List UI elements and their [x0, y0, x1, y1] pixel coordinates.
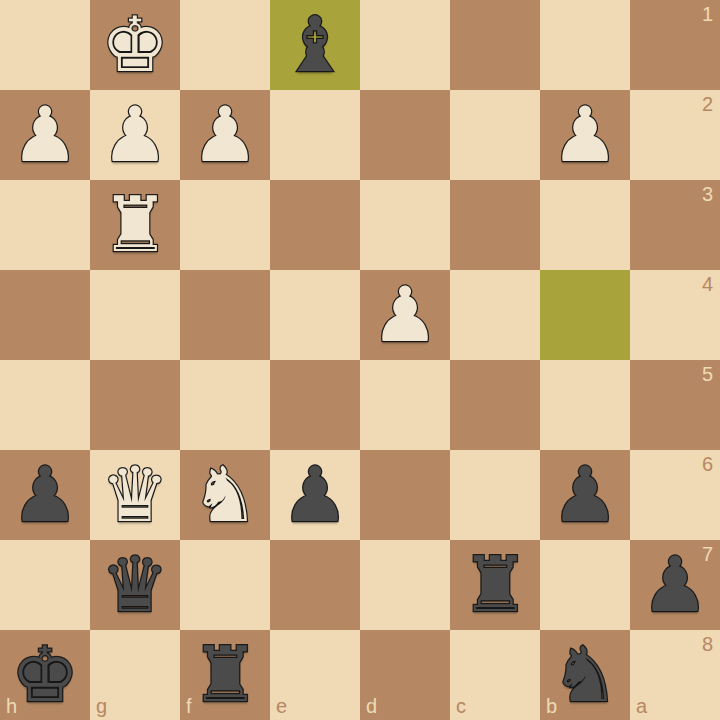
piece-white-queen[interactable]: ♛: [101, 450, 169, 540]
square-f1[interactable]: [180, 0, 270, 90]
piece-white-king[interactable]: ♚: [101, 0, 169, 90]
square-h5[interactable]: [0, 360, 90, 450]
piece-black-pawn[interactable]: ♟: [641, 540, 709, 630]
square-h3[interactable]: [0, 180, 90, 270]
piece-black-rook[interactable]: ♜: [461, 540, 529, 630]
piece-white-knight[interactable]: ♞: [191, 450, 259, 540]
square-a4[interactable]: 4: [630, 270, 720, 360]
piece-white-pawn[interactable]: ♟: [551, 90, 619, 180]
square-g6[interactable]: ♛: [90, 450, 180, 540]
square-d2[interactable]: [360, 90, 450, 180]
piece-black-queen[interactable]: ♛: [101, 540, 169, 630]
square-b1[interactable]: [540, 0, 630, 90]
piece-white-rook[interactable]: ♜: [101, 180, 169, 270]
square-a2[interactable]: 2: [630, 90, 720, 180]
square-b5[interactable]: [540, 360, 630, 450]
square-c8[interactable]: c: [450, 630, 540, 720]
square-e2[interactable]: [270, 90, 360, 180]
square-g7[interactable]: ♛: [90, 540, 180, 630]
square-g8[interactable]: g: [90, 630, 180, 720]
square-b8[interactable]: ♞b: [540, 630, 630, 720]
square-f3[interactable]: [180, 180, 270, 270]
square-h6[interactable]: ♟: [0, 450, 90, 540]
square-e1[interactable]: ♝: [270, 0, 360, 90]
square-e8[interactable]: e: [270, 630, 360, 720]
square-c4[interactable]: [450, 270, 540, 360]
square-b7[interactable]: [540, 540, 630, 630]
square-d5[interactable]: [360, 360, 450, 450]
piece-black-pawn[interactable]: ♟: [11, 450, 79, 540]
rank-label-2: 2: [702, 93, 713, 116]
square-d4[interactable]: ♟: [360, 270, 450, 360]
piece-black-rook[interactable]: ♜: [191, 630, 259, 720]
square-a3[interactable]: 3: [630, 180, 720, 270]
piece-white-pawn[interactable]: ♟: [101, 90, 169, 180]
file-label-g: g: [96, 695, 107, 718]
square-g5[interactable]: [90, 360, 180, 450]
piece-black-knight[interactable]: ♞: [551, 630, 619, 720]
piece-black-king[interactable]: ♚: [11, 630, 79, 720]
square-g3[interactable]: ♜: [90, 180, 180, 270]
square-b3[interactable]: [540, 180, 630, 270]
file-label-a: a: [636, 695, 647, 718]
square-f8[interactable]: ♜f: [180, 630, 270, 720]
rank-label-3: 3: [702, 183, 713, 206]
rank-label-5: 5: [702, 363, 713, 386]
square-d6[interactable]: [360, 450, 450, 540]
square-d1[interactable]: [360, 0, 450, 90]
square-h4[interactable]: [0, 270, 90, 360]
piece-black-bishop[interactable]: ♝: [281, 0, 349, 90]
square-a1[interactable]: 1: [630, 0, 720, 90]
square-f7[interactable]: [180, 540, 270, 630]
square-f5[interactable]: [180, 360, 270, 450]
square-h8[interactable]: ♚h: [0, 630, 90, 720]
piece-white-pawn[interactable]: ♟: [371, 270, 439, 360]
square-e5[interactable]: [270, 360, 360, 450]
piece-white-pawn[interactable]: ♟: [11, 90, 79, 180]
square-c5[interactable]: [450, 360, 540, 450]
square-f4[interactable]: [180, 270, 270, 360]
rank-label-8: 8: [702, 633, 713, 656]
square-c6[interactable]: [450, 450, 540, 540]
square-f6[interactable]: ♞: [180, 450, 270, 540]
square-d8[interactable]: d: [360, 630, 450, 720]
rank-label-1: 1: [702, 3, 713, 26]
square-b6[interactable]: ♟: [540, 450, 630, 540]
square-a6[interactable]: 6: [630, 450, 720, 540]
square-d3[interactable]: [360, 180, 450, 270]
square-h7[interactable]: [0, 540, 90, 630]
piece-black-pawn[interactable]: ♟: [551, 450, 619, 540]
chess-board: ♚♝1♟♟♟♟2♜3♟45♟♛♞♟♟6♛♜♟7♚hg♜fedc♞b8a: [0, 0, 720, 720]
file-label-e: e: [276, 695, 287, 718]
square-h2[interactable]: ♟: [0, 90, 90, 180]
rank-label-6: 6: [702, 453, 713, 476]
square-c2[interactable]: [450, 90, 540, 180]
square-f2[interactable]: ♟: [180, 90, 270, 180]
square-b2[interactable]: ♟: [540, 90, 630, 180]
file-label-d: d: [366, 695, 377, 718]
square-a8[interactable]: 8a: [630, 630, 720, 720]
square-g2[interactable]: ♟: [90, 90, 180, 180]
rank-label-4: 4: [702, 273, 713, 296]
square-c3[interactable]: [450, 180, 540, 270]
piece-black-pawn[interactable]: ♟: [281, 450, 349, 540]
square-a5[interactable]: 5: [630, 360, 720, 450]
square-g4[interactable]: [90, 270, 180, 360]
file-label-c: c: [456, 695, 466, 718]
square-h1[interactable]: [0, 0, 90, 90]
square-e3[interactable]: [270, 180, 360, 270]
square-c1[interactable]: [450, 0, 540, 90]
square-a7[interactable]: ♟7: [630, 540, 720, 630]
square-c7[interactable]: ♜: [450, 540, 540, 630]
square-g1[interactable]: ♚: [90, 0, 180, 90]
piece-white-pawn[interactable]: ♟: [191, 90, 259, 180]
square-d7[interactable]: [360, 540, 450, 630]
square-e6[interactable]: ♟: [270, 450, 360, 540]
square-e4[interactable]: [270, 270, 360, 360]
square-b4[interactable]: [540, 270, 630, 360]
square-e7[interactable]: [270, 540, 360, 630]
